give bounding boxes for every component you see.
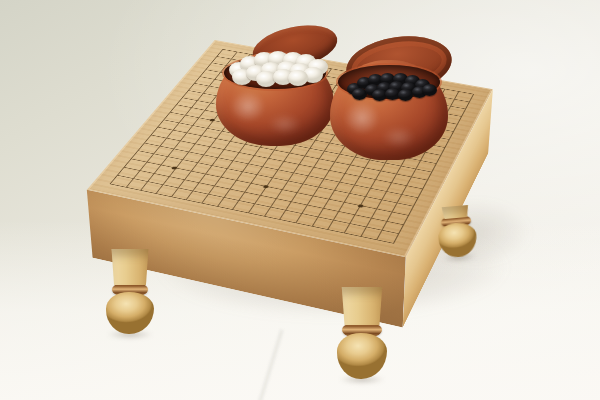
goban-cell[interactable] [308, 167, 329, 178]
goban-cell[interactable] [304, 148, 324, 159]
goban-cell[interactable] [184, 171, 205, 182]
board-leg-right [434, 204, 480, 258]
white-stones-heap [227, 50, 324, 89]
goban-cell[interactable] [156, 185, 178, 197]
white-stone[interactable] [288, 70, 308, 86]
goban-cell[interactable] [263, 158, 284, 169]
goban-cell[interactable] [297, 184, 318, 196]
goban-cell[interactable] [314, 159, 335, 170]
goban-cell[interactable] [217, 197, 239, 209]
goban-cell[interactable] [339, 202, 360, 214]
goban-cell[interactable] [174, 141, 195, 152]
goban-cell[interactable] [324, 170, 345, 181]
goban-cell[interactable] [386, 182, 407, 194]
goban-cell[interactable] [266, 178, 287, 190]
goban-cell[interactable] [140, 162, 161, 173]
goban-cell[interactable] [387, 212, 408, 224]
goban-cell[interactable] [178, 179, 200, 191]
goban-cell[interactable] [301, 204, 322, 216]
goban-cell[interactable] [397, 194, 418, 206]
goban-cell[interactable] [355, 205, 376, 217]
goban-cell[interactable] [392, 203, 413, 215]
goban-photo-scene [0, 0, 600, 400]
goban-cell[interactable] [248, 204, 270, 216]
goban-cell[interactable] [366, 217, 387, 230]
goban-cell[interactable] [245, 183, 266, 195]
goban-cell[interactable] [407, 177, 427, 189]
white-stones-bowl[interactable] [216, 52, 334, 146]
goban-cell[interactable] [163, 176, 185, 188]
goban-cell[interactable] [333, 211, 354, 223]
goban-cell[interactable] [360, 168, 380, 179]
goban-cell[interactable] [391, 174, 411, 186]
goban-cell[interactable] [339, 173, 360, 185]
goban-cell[interactable] [232, 200, 254, 212]
goban-cell[interactable] [195, 136, 216, 147]
floor-shadow-line [256, 329, 284, 400]
goban-cell[interactable] [221, 168, 242, 179]
leg-bulb [337, 333, 387, 379]
goban-cell[interactable] [154, 165, 175, 176]
black-stones-bowl[interactable] [330, 60, 448, 160]
black-stone[interactable] [398, 89, 413, 101]
goban-cell[interactable] [148, 173, 170, 185]
goban-cell[interactable] [141, 181, 163, 193]
goban-cell[interactable] [376, 200, 397, 212]
goban-cell[interactable] [197, 154, 218, 165]
goban-cell[interactable] [344, 165, 364, 176]
goban-cell[interactable] [303, 175, 324, 187]
goban-cell[interactable] [286, 201, 308, 213]
goban-cell[interactable] [139, 143, 160, 154]
goban-cell[interactable] [329, 162, 349, 173]
goban-cell[interactable] [377, 230, 399, 243]
goban-cell[interactable] [344, 223, 366, 236]
goban-cell[interactable] [296, 213, 318, 225]
board-leg-front-left [101, 249, 159, 334]
goban-cell[interactable] [291, 192, 312, 204]
goban-cell[interactable] [371, 208, 392, 220]
specular-highlight [223, 84, 273, 129]
goban-cell[interactable] [260, 186, 281, 198]
goban-cell[interactable] [199, 174, 220, 186]
goban-cell[interactable] [182, 151, 203, 162]
goban-cell[interactable] [202, 194, 224, 206]
goban-cell[interactable] [111, 175, 133, 187]
black-stones-heap [345, 70, 432, 102]
goban-cell[interactable] [227, 160, 248, 171]
goban-cell[interactable] [189, 143, 210, 154]
goban-cell[interactable] [125, 159, 146, 170]
goban-cell[interactable] [318, 178, 339, 190]
goban-cell[interactable] [269, 150, 290, 161]
goban-cell[interactable] [370, 179, 391, 191]
goban-cell[interactable] [242, 163, 263, 174]
goban-cell[interactable] [161, 157, 182, 168]
specular-highlight [375, 122, 422, 152]
goban-cell[interactable] [160, 138, 181, 149]
goban-cell[interactable] [328, 190, 349, 202]
goban-cell[interactable] [251, 175, 272, 187]
hoshi-point [263, 185, 270, 189]
goban-cell[interactable] [233, 152, 254, 163]
goban-cell[interactable] [264, 207, 286, 219]
goban-cell[interactable] [282, 181, 303, 193]
goban-cell[interactable] [380, 162, 400, 173]
goban-cell[interactable] [270, 198, 292, 210]
goban-cell[interactable] [360, 227, 382, 240]
goban-cell[interactable] [168, 148, 189, 159]
goban-cell[interactable] [355, 176, 376, 188]
goban-cell[interactable] [169, 168, 190, 179]
goban-cell[interactable] [396, 165, 416, 176]
goban-cell[interactable] [307, 196, 328, 208]
goban-cell[interactable] [254, 195, 276, 207]
goban-cell[interactable] [328, 220, 350, 233]
goban-cell[interactable] [276, 189, 297, 201]
goban-cell[interactable] [214, 177, 235, 189]
goban-cell[interactable] [280, 210, 302, 222]
goban-cell[interactable] [248, 155, 269, 166]
goban-cell[interactable] [193, 182, 215, 194]
hoshi-point [357, 204, 364, 208]
goban-cell[interactable] [176, 159, 197, 170]
goban-cell[interactable] [365, 188, 386, 200]
goban-cell[interactable] [382, 221, 403, 234]
goban-cell[interactable] [126, 178, 148, 190]
goban-cell[interactable] [334, 181, 355, 193]
goban-cell[interactable] [212, 157, 233, 168]
goban-cell[interactable] [312, 217, 334, 230]
specular-highlight [261, 110, 308, 138]
leg-bulb [437, 221, 478, 258]
goban-cell[interactable] [218, 149, 239, 160]
goban-cell[interactable] [344, 193, 365, 205]
goban-cell[interactable] [293, 164, 314, 175]
goban-cell[interactable] [239, 192, 261, 204]
goban-cell[interactable] [402, 185, 423, 197]
goban-cell[interactable] [257, 166, 278, 177]
leg-post [109, 249, 151, 285]
goban-cell[interactable] [208, 185, 230, 197]
goban-cell[interactable] [313, 187, 334, 199]
black-stone[interactable] [422, 84, 437, 96]
goban-cell[interactable] [118, 167, 140, 178]
goban-cell[interactable] [287, 172, 308, 184]
goban-cell[interactable] [203, 146, 224, 157]
goban-cell[interactable] [171, 188, 193, 200]
goban-cell[interactable] [323, 199, 344, 211]
board-leg-front-center [333, 287, 391, 379]
goban-cell[interactable] [153, 146, 174, 157]
goban-cell[interactable] [278, 161, 299, 172]
goban-cell[interactable] [360, 196, 381, 208]
goban-cell[interactable] [381, 191, 402, 203]
goban-cell[interactable] [254, 147, 275, 158]
goban-cell[interactable] [284, 153, 305, 164]
goban-cell[interactable] [145, 135, 166, 146]
leg-post [339, 287, 385, 325]
goban-cell[interactable] [191, 162, 212, 173]
leg-bulb [106, 292, 154, 334]
goban-cell[interactable] [411, 168, 431, 179]
goban-cell[interactable] [206, 165, 227, 176]
goban-cell[interactable] [230, 180, 251, 192]
goban-cell[interactable] [349, 185, 370, 197]
goban-cell[interactable] [236, 171, 257, 183]
goban-cell[interactable] [133, 170, 155, 181]
goban-cell[interactable] [349, 214, 370, 226]
goban-cell[interactable] [132, 151, 153, 162]
goban-cell[interactable] [299, 156, 320, 167]
goban-cell[interactable] [272, 169, 293, 180]
black-stone[interactable] [372, 89, 387, 101]
goban-cell[interactable] [375, 171, 395, 182]
goban-cell[interactable] [146, 154, 167, 165]
goban-cell[interactable] [223, 188, 245, 200]
goban-cell[interactable] [317, 208, 338, 220]
goban-cell[interactable] [186, 191, 208, 203]
hoshi-point [172, 166, 179, 170]
